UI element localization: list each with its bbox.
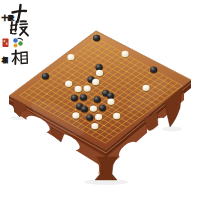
logo-mark <box>13 38 22 47</box>
go-board <box>9 31 191 150</box>
star-point <box>126 71 128 73</box>
go-table-scene: 十段 相 <box>0 0 200 200</box>
product-photo: 十段 相 <box>0 0 200 200</box>
star-point <box>72 74 74 76</box>
star-point <box>103 125 105 127</box>
star-point <box>129 106 131 108</box>
logo-char-duan <box>11 21 29 35</box>
logo-text-bottom: 相 <box>2 57 8 64</box>
star-point <box>75 109 77 111</box>
logo-char-shi <box>13 5 27 22</box>
brand-logo: 十段 相 <box>1 5 28 64</box>
star-point <box>97 55 99 57</box>
star-point <box>46 93 48 95</box>
logo-text-vertical: 十段 <box>1 15 14 21</box>
logo-char-bottom <box>12 51 27 65</box>
star-point <box>100 90 102 92</box>
star-point <box>154 87 156 89</box>
logo-seal <box>3 39 9 48</box>
table-leg-front <box>95 157 117 180</box>
